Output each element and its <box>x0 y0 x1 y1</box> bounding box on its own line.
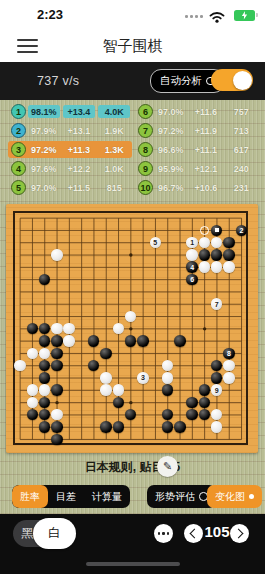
auto-analyze-toggle[interactable] <box>211 69 253 91</box>
black-stone <box>51 348 62 359</box>
rules-label: 日本规则, 贴目6.5 <box>0 459 265 476</box>
black-stone <box>211 372 222 383</box>
white-stone <box>186 249 197 260</box>
white-stone <box>27 348 38 359</box>
move-number-marker: 6 <box>186 273 198 285</box>
black-stone <box>88 335 99 346</box>
visits-value: 231 <box>224 183 259 193</box>
white-stone <box>211 421 222 432</box>
black-stone <box>39 421 50 432</box>
move-number-marker: 2 <box>235 224 247 236</box>
score-value: +11.9 <box>188 126 223 136</box>
variation-stats: 198.1%+13.44.0K297.9%+13.11.9K397.2%+11.… <box>0 103 265 201</box>
bottom-bar: 黑 白 105 <box>0 514 265 574</box>
variation-graph-button[interactable]: 变化图 <box>207 485 262 508</box>
score-value: +13.4 <box>63 105 95 118</box>
variation-list-right: 697.0%+11.6757797.2%+11.9713896.6%+11.16… <box>135 103 259 196</box>
score-value: +12.1 <box>188 164 223 174</box>
winrate-value: 96.6% <box>153 145 188 155</box>
white-color-option[interactable]: 白 <box>33 518 76 549</box>
white-stone <box>39 384 50 395</box>
variation-row[interactable]: 198.1%+13.44.0K <box>8 103 132 120</box>
score-value: +11.1 <box>188 145 223 155</box>
rank-badge: 9 <box>138 161 153 176</box>
edit-rules-button[interactable]: ✎ <box>157 456 178 477</box>
visits-value: 617 <box>224 145 259 155</box>
tab-visits[interactable]: 计算量 <box>84 485 130 508</box>
score-value: +10.6 <box>188 183 223 193</box>
black-stone <box>162 384 173 395</box>
visits-value: 1.3K <box>97 145 132 155</box>
black-stone <box>113 397 124 408</box>
rank-badge: 8 <box>138 142 153 157</box>
move-number-marker: 4 <box>186 261 198 273</box>
score-value: +11.5 <box>61 183 96 193</box>
visits-value: 1.9K <box>97 126 132 136</box>
black-stone <box>51 360 62 371</box>
chevron-left-icon <box>190 529 200 539</box>
visits-value: 815 <box>97 183 132 193</box>
last-move-marker <box>211 224 223 236</box>
black-stone <box>39 335 50 346</box>
tab-winrate[interactable]: 胜率 <box>12 485 48 508</box>
visits-value: 4.0K <box>98 105 130 118</box>
white-stone <box>100 372 111 383</box>
black-stone <box>113 421 124 432</box>
evaluation-button[interactable]: 形势评估 <box>147 485 216 508</box>
analysis-bar: 737 v/s 自动分析 <box>0 62 265 100</box>
variation-row[interactable]: 697.0%+11.6757 <box>135 103 259 120</box>
move-number-marker: 7 <box>211 298 223 310</box>
goban[interactable]: 123456789 <box>6 204 258 453</box>
white-stone <box>223 261 234 272</box>
next-move-button[interactable] <box>230 524 249 543</box>
winrate-value: 97.9% <box>26 126 61 136</box>
winrate-value: 97.0% <box>153 107 188 117</box>
white-stone <box>223 360 234 371</box>
visits-value: 757 <box>224 107 259 117</box>
battery-icon <box>234 10 255 21</box>
rank-badge: 3 <box>11 142 26 157</box>
black-stone <box>199 384 210 395</box>
white-stone <box>14 360 25 371</box>
black-stone <box>137 335 148 346</box>
variation-row[interactable]: 497.6%+12.21.0K <box>8 160 132 177</box>
score-value: +11.3 <box>61 145 96 155</box>
white-stone <box>162 372 173 383</box>
evaluation-label: 形势评估 <box>155 490 195 504</box>
variation-list-left: 198.1%+13.44.0K297.9%+13.11.9K397.2%+11.… <box>8 103 132 196</box>
black-stone <box>100 421 111 432</box>
rank-badge: 10 <box>138 180 153 195</box>
black-stone <box>186 397 197 408</box>
rank-badge: 7 <box>138 123 153 138</box>
clock: 2:23 <box>30 7 70 22</box>
black-stone <box>199 249 210 260</box>
page-title: 智子围棋 <box>0 37 265 56</box>
rank-badge: 1 <box>11 104 26 119</box>
white-stone <box>51 249 62 260</box>
white-stone <box>63 335 74 346</box>
move-number-marker: 8 <box>223 347 235 359</box>
winrate-value: 97.0% <box>26 183 61 193</box>
variation-row[interactable]: 297.9%+13.11.9K <box>8 122 132 139</box>
black-stone <box>51 384 62 395</box>
go-analysis-app: 2:23 智子围棋 737 v/s 自动分析 198.1%+13.44.0K29… <box>0 0 265 574</box>
black-stone <box>51 421 62 432</box>
filled-dot-icon <box>249 494 254 499</box>
visits-value: 713 <box>224 126 259 136</box>
winrate-value: 96.7% <box>153 183 188 193</box>
black-stone <box>51 434 62 445</box>
title-bar: 智子围棋 <box>0 30 265 62</box>
move-number-marker: 9 <box>211 384 223 396</box>
toggle-knob <box>233 71 252 90</box>
black-stone <box>51 335 62 346</box>
rank-badge: 6 <box>138 104 153 119</box>
rules-bar: 日本规则, 贴目6.5 ✎ <box>0 455 265 479</box>
move-number-marker: 3 <box>137 372 149 384</box>
winrate-value: 97.2% <box>153 126 188 136</box>
move-number-marker: 5 <box>149 236 161 248</box>
visits-value: 1.0K <box>97 164 132 174</box>
tab-row: 胜率 目差 计算量 形势评估 变化图 <box>0 484 265 510</box>
score-value: +13.1 <box>61 126 96 136</box>
visits-per-second: 737 v/s <box>37 74 79 88</box>
black-stone <box>100 348 111 359</box>
winrate-value: 97.6% <box>26 164 61 174</box>
white-stone <box>27 397 38 408</box>
winrate-value: 95.9% <box>153 164 188 174</box>
rank-badge: 4 <box>11 161 26 176</box>
status-bar: 2:23 <box>0 0 265 30</box>
rank-badge: 2 <box>11 123 26 138</box>
variation-row[interactable]: 397.2%+11.31.3K <box>8 141 132 158</box>
white-stone <box>27 384 38 395</box>
variation-row[interactable]: 995.9%+12.1240 <box>135 160 259 177</box>
variation-row[interactable]: 896.6%+11.1617 <box>135 141 259 158</box>
white-stone <box>113 384 124 395</box>
rank-badge: 5 <box>11 180 26 195</box>
visits-value: 240 <box>224 164 259 174</box>
black-stone <box>174 335 185 346</box>
stat-mode-segment: 胜率 目差 计算量 <box>12 485 130 508</box>
more-options-button[interactable] <box>154 524 173 543</box>
tab-score[interactable]: 目差 <box>48 485 84 508</box>
black-stone <box>39 372 50 383</box>
previous-move-button[interactable] <box>184 524 203 543</box>
variation-row[interactable]: 1096.7%+10.6231 <box>135 179 259 196</box>
black-stone <box>162 421 173 432</box>
white-stone <box>51 323 62 334</box>
ring-annotation <box>198 224 210 236</box>
black-stone <box>223 249 234 260</box>
variation-row[interactable]: 597.0%+11.5815 <box>8 179 132 196</box>
score-value: +11.6 <box>188 107 223 117</box>
white-stone <box>51 409 62 420</box>
black-stone <box>125 335 136 346</box>
variation-row[interactable]: 797.2%+11.9713 <box>135 122 259 139</box>
home-indicator[interactable] <box>86 562 180 566</box>
wifi-icon <box>209 9 225 27</box>
chevron-right-icon <box>234 529 244 539</box>
auto-analyze-label: 自动分析 <box>160 74 202 88</box>
winrate-value: 97.2% <box>26 145 61 155</box>
pencil-icon: ✎ <box>163 460 172 473</box>
move-number-marker: 1 <box>186 236 198 248</box>
score-value: +12.2 <box>61 164 96 174</box>
goban-grid[interactable]: 123456789 <box>14 212 248 446</box>
white-stone <box>223 372 234 383</box>
white-stone <box>100 384 111 395</box>
black-label: 黑 <box>21 525 33 542</box>
black-stone <box>174 421 185 432</box>
charging-bolt-icon <box>241 11 248 20</box>
black-stone <box>211 249 222 260</box>
variation-graph-label: 变化图 <box>215 490 245 504</box>
move-number: 105 <box>202 523 232 540</box>
winrate-value: 98.1% <box>28 105 60 118</box>
cell-signal-icon <box>185 15 203 18</box>
black-stone <box>223 237 234 248</box>
white-stone <box>199 261 210 272</box>
white-label: 白 <box>48 525 61 542</box>
